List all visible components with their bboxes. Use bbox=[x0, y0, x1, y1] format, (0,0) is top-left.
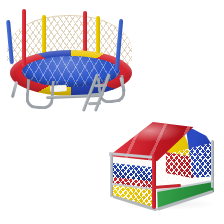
ball-pit-post-left bbox=[110, 153, 113, 197]
ball-pit-red-corner-pole bbox=[152, 154, 156, 209]
trampoline-front-pole-red-left bbox=[22, 9, 26, 67]
product-image-canvas bbox=[0, 0, 224, 224]
trampoline-leg-far-left bbox=[11, 81, 18, 98]
trampoline-leg-left bbox=[25, 79, 55, 110]
